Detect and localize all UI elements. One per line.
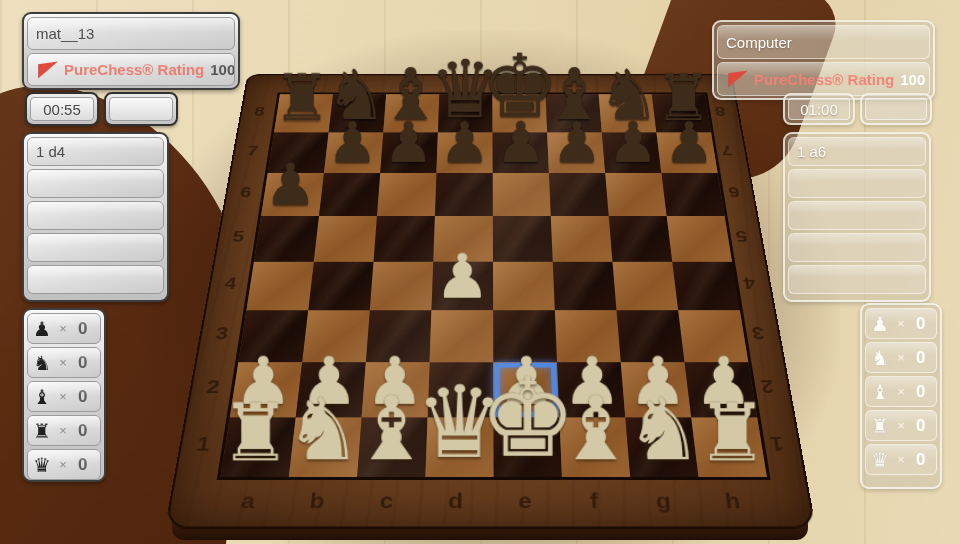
right-captured-row-bishop: ♝×0: [865, 376, 937, 407]
chess-board[interactable]: ♜♞♝♛♚♝♞♜♟♟♟♟♟♟♟♟♟♟♟♟♟♟♟♟♜♞♝♛♚♝♞♜ 8877665…: [164, 74, 816, 529]
square-a6[interactable]: ♟: [261, 173, 324, 216]
rank-label-left-5: 5: [222, 227, 254, 245]
rating-flag-icon: [38, 61, 58, 78]
multiply-icon: ×: [894, 418, 908, 433]
square-e4[interactable]: [493, 262, 555, 311]
right-clock-main: 01:00: [783, 93, 855, 125]
square-f6[interactable]: [549, 173, 609, 216]
captured-pawn-icon: ♟: [866, 314, 894, 334]
multiply-icon: ×: [894, 316, 908, 331]
square-e1[interactable]: ♚: [493, 418, 561, 477]
square-h1[interactable]: ♜: [691, 418, 767, 477]
left-player-name-row: mat__13: [27, 17, 235, 50]
captured-queen-icon: ♛: [28, 455, 56, 475]
captured-queen-icon: ♛: [866, 450, 894, 470]
square-b7[interactable]: ♟: [324, 133, 383, 174]
right-rating-row: PureChess® Rating 100: [717, 62, 930, 96]
right-captured-bishop-count: 0: [916, 382, 925, 402]
left-move-row-2: [27, 169, 164, 198]
piece-black-rook[interactable]: ♜: [273, 66, 330, 130]
rank-label-right-5: 5: [725, 227, 757, 245]
rank-label-right-6: 6: [718, 184, 749, 201]
captured-bishop-icon: ♝: [28, 387, 56, 407]
right-captured-row-knight: ♞×0: [865, 342, 937, 373]
square-h6[interactable]: [661, 173, 724, 216]
multiply-icon: ×: [894, 452, 908, 467]
left-move-list: 1 d4: [22, 132, 169, 302]
rank-label-right-7: 7: [712, 142, 742, 158]
right-captured-row-queen: ♛×0: [865, 444, 937, 475]
multiply-icon: ×: [56, 355, 70, 370]
rank-label-left-6: 6: [230, 184, 261, 201]
file-label-c: c: [368, 488, 404, 513]
right-player-name: Computer: [718, 34, 792, 51]
board-grid[interactable]: ♜♞♝♛♚♝♞♜♟♟♟♟♟♟♟♟♟♟♟♟♟♟♟♟♜♞♝♛♚♝♞♜: [217, 92, 771, 480]
right-captured-knight-count: 0: [916, 348, 925, 368]
left-captured-queen-count: 0: [78, 455, 87, 475]
right-move-row-1: 1 a6: [788, 137, 926, 166]
square-d6[interactable]: [435, 173, 493, 216]
file-label-a: a: [229, 488, 267, 513]
pure-chess-screen: ♜♞♝♛♚♝♞♜♟♟♟♟♟♟♟♟♟♟♟♟♟♟♟♟♜♞♝♛♚♝♞♜ 8877665…: [0, 0, 960, 544]
left-rating-value: 100: [210, 61, 235, 78]
left-player-panel: mat__13 PureChess® Rating 100: [22, 12, 240, 90]
square-g4[interactable]: [612, 262, 678, 311]
piece-white-rook[interactable]: ♜: [696, 393, 767, 472]
file-label-b: b: [299, 488, 336, 513]
square-a8[interactable]: ♜: [274, 94, 333, 132]
multiply-icon: ×: [56, 457, 70, 472]
right-captured-rook-count: 0: [916, 416, 925, 436]
multiply-icon: ×: [56, 321, 70, 336]
piece-black-pawn[interactable]: ♟: [552, 114, 602, 170]
file-label-f: f: [576, 488, 612, 513]
square-b1[interactable]: ♞: [289, 418, 362, 477]
file-label-g: g: [645, 488, 682, 513]
square-a4[interactable]: [246, 262, 313, 311]
square-a5[interactable]: [254, 216, 319, 262]
right-move-row-2: [788, 169, 926, 198]
file-label-h: h: [714, 488, 752, 513]
rank-label-left-4: 4: [214, 274, 248, 293]
rank-label-left-7: 7: [238, 142, 268, 158]
rating-flag-icon: [728, 71, 748, 88]
right-move-list: 1 a6: [783, 132, 931, 302]
left-captured-pawn-count: 0: [78, 319, 87, 339]
square-f5[interactable]: [551, 216, 613, 262]
captured-pawn-icon: ♟: [28, 319, 56, 339]
left-rating-row: PureChess® Rating 100: [27, 53, 235, 86]
left-captured-row-knight: ♞×0: [27, 347, 101, 378]
square-e6[interactable]: [493, 173, 551, 216]
left-move-row-1: 1 d4: [27, 137, 164, 166]
right-captured-row-rook: ♜×0: [865, 410, 937, 441]
right-move-row-4: [788, 233, 926, 262]
right-rating-label: PureChess® Rating: [754, 71, 894, 88]
right-captured-pawn-count: 0: [916, 314, 925, 334]
square-c5[interactable]: [373, 216, 434, 262]
left-captured-knight-count: 0: [78, 353, 87, 373]
left-clock-main-time: 00:55: [43, 101, 81, 118]
multiply-icon: ×: [894, 350, 908, 365]
piece-black-pawn[interactable]: ♟: [327, 114, 377, 170]
piece-white-knight[interactable]: ♞: [285, 387, 362, 473]
left-clock-secondary: [104, 92, 178, 126]
right-move-text-1: 1 a6: [789, 143, 826, 160]
square-c4[interactable]: [370, 262, 433, 311]
right-clock-secondary: [860, 93, 932, 125]
captured-rook-icon: ♜: [28, 421, 56, 441]
left-captured-row-rook: ♜×0: [27, 415, 101, 446]
square-e5[interactable]: [493, 216, 553, 262]
captured-rook-icon: ♜: [866, 416, 894, 436]
square-f7[interactable]: ♟: [547, 133, 605, 174]
right-clock-main-time: 01:00: [800, 101, 838, 118]
piece-white-knight[interactable]: ♞: [625, 387, 702, 473]
square-g7[interactable]: ♟: [602, 133, 662, 174]
left-clock-main: 00:55: [25, 92, 99, 126]
right-move-row-5: [788, 265, 926, 294]
piece-white-rook[interactable]: ♜: [220, 393, 291, 472]
square-f1[interactable]: ♝: [559, 418, 630, 477]
piece-white-bishop[interactable]: ♝: [556, 384, 635, 473]
square-h5[interactable]: [667, 216, 732, 262]
piece-black-pawn[interactable]: ♟: [383, 114, 433, 170]
square-f4[interactable]: [553, 262, 617, 311]
left-move-row-5: [27, 265, 164, 294]
piece-black-pawn[interactable]: ♟: [265, 155, 317, 213]
square-d7[interactable]: ♟: [436, 133, 492, 174]
square-h4[interactable]: [672, 262, 740, 311]
piece-black-pawn[interactable]: ♟: [439, 114, 489, 170]
right-captured-row-pawn: ♟×0: [865, 308, 937, 339]
square-h7[interactable]: ♟: [656, 133, 717, 174]
right-rating-value: 100: [900, 71, 925, 88]
square-g5[interactable]: [609, 216, 673, 262]
right-player-name-row: Computer: [717, 25, 930, 59]
left-move-text-1: 1 d4: [28, 143, 65, 160]
square-d4[interactable]: ♟: [431, 262, 493, 311]
file-label-d: d: [438, 488, 473, 513]
file-label-e: e: [507, 488, 542, 513]
rank-label-left-3: 3: [205, 323, 240, 344]
left-captured-row-bishop: ♝×0: [27, 381, 101, 412]
right-move-row-3: [788, 201, 926, 230]
square-e7[interactable]: ♟: [493, 133, 549, 174]
square-c6[interactable]: [377, 173, 437, 216]
right-captured-tray: ♟×0♞×0♝×0♜×0♛×0: [860, 303, 942, 489]
square-b5[interactable]: [314, 216, 377, 262]
multiply-icon: ×: [56, 423, 70, 438]
square-g1[interactable]: ♞: [625, 418, 698, 477]
multiply-icon: ×: [894, 384, 908, 399]
left-rating-label: PureChess® Rating: [64, 61, 204, 78]
square-c7[interactable]: ♟: [380, 133, 438, 174]
piece-black-pawn[interactable]: ♟: [664, 114, 714, 170]
square-b6[interactable]: [319, 173, 380, 216]
piece-white-pawn[interactable]: ♟: [435, 245, 490, 307]
piece-black-pawn[interactable]: ♟: [608, 114, 658, 170]
multiply-icon: ×: [56, 389, 70, 404]
rank-label-right-8: 8: [706, 104, 736, 119]
square-g6[interactable]: [605, 173, 666, 216]
square-b4[interactable]: [308, 262, 373, 311]
left-player-name: mat__13: [28, 25, 94, 42]
left-captured-bishop-count: 0: [78, 387, 87, 407]
right-captured-queen-count: 0: [916, 450, 925, 470]
captured-bishop-icon: ♝: [866, 382, 894, 402]
left-captured-row-queen: ♛×0: [27, 449, 101, 480]
left-move-row-4: [27, 233, 164, 262]
captured-knight-icon: ♞: [28, 353, 56, 373]
left-captured-row-pawn: ♟×0: [27, 313, 101, 344]
rank-label-left-1: 1: [185, 432, 222, 456]
captured-knight-icon: ♞: [866, 348, 894, 368]
left-captured-tray: ♟×0♞×0♝×0♜×0♛×0: [22, 308, 106, 482]
rank-label-left-8: 8: [245, 104, 274, 119]
left-captured-rook-count: 0: [78, 421, 87, 441]
right-player-panel: Computer PureChess® Rating 100: [712, 20, 935, 100]
left-move-row-3: [27, 201, 164, 230]
piece-black-pawn[interactable]: ♟: [496, 114, 546, 170]
